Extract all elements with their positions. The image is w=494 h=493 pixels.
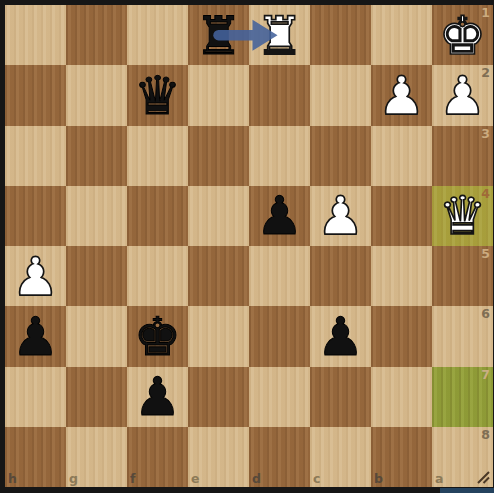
square-c1[interactable] [310, 5, 371, 65]
square-b4[interactable] [371, 186, 432, 246]
square-d3[interactable] [249, 126, 310, 186]
square-e4[interactable] [188, 186, 249, 246]
square-f3[interactable] [127, 126, 188, 186]
square-f2[interactable]: ♛ [127, 65, 188, 125]
square-c6[interactable]: ♟ [310, 306, 371, 366]
square-f1[interactable] [127, 5, 188, 65]
square-c5[interactable] [310, 246, 371, 306]
square-a3[interactable]: 3 [432, 126, 493, 186]
square-a5[interactable]: 5 [432, 246, 493, 306]
square-e7[interactable] [188, 367, 249, 427]
square-h3[interactable] [5, 126, 66, 186]
square-c2[interactable] [310, 65, 371, 125]
piece-black-pawn-h6[interactable]: ♟ [5, 306, 66, 366]
piece-black-king-f6[interactable]: ♚ [127, 306, 188, 366]
square-c4[interactable]: ♟ [310, 186, 371, 246]
square-f5[interactable] [127, 246, 188, 306]
piece-black-pawn-f7[interactable]: ♟ [127, 367, 188, 427]
square-g3[interactable] [66, 126, 127, 186]
square-h1[interactable] [5, 5, 66, 65]
square-g4[interactable] [66, 186, 127, 246]
square-b5[interactable] [371, 246, 432, 306]
square-b3[interactable] [371, 126, 432, 186]
square-d7[interactable] [249, 367, 310, 427]
file-label-b: b [374, 471, 383, 486]
square-h2[interactable] [5, 65, 66, 125]
rank-label-3: 3 [481, 126, 490, 141]
square-g8[interactable]: g [66, 427, 127, 487]
square-e8[interactable]: e [188, 427, 249, 487]
square-e1[interactable]: ♜ [188, 5, 249, 65]
square-f4[interactable] [127, 186, 188, 246]
square-a8[interactable]: a8 [432, 427, 493, 487]
square-d1[interactable]: ♜ [249, 5, 310, 65]
square-g1[interactable] [66, 5, 127, 65]
piece-white-pawn-h5[interactable]: ♟ [5, 246, 66, 306]
square-d6[interactable] [249, 306, 310, 366]
rank-label-7: 7 [481, 367, 490, 382]
square-a2[interactable]: ♟2 [432, 65, 493, 125]
file-label-d: d [252, 471, 261, 486]
piece-black-pawn-c6[interactable]: ♟ [310, 306, 371, 366]
square-d2[interactable] [249, 65, 310, 125]
piece-black-rook-e1[interactable]: ♜ [188, 5, 249, 65]
square-b1[interactable] [371, 5, 432, 65]
square-g5[interactable] [66, 246, 127, 306]
square-c3[interactable] [310, 126, 371, 186]
square-d5[interactable] [249, 246, 310, 306]
piece-white-pawn-c4[interactable]: ♟ [310, 186, 371, 246]
square-h4[interactable] [5, 186, 66, 246]
square-d8[interactable]: d [249, 427, 310, 487]
rank-label-5: 5 [481, 246, 490, 261]
square-a6[interactable]: 6 [432, 306, 493, 366]
square-h6[interactable]: ♟ [5, 306, 66, 366]
square-b2[interactable]: ♟ [371, 65, 432, 125]
square-c7[interactable] [310, 367, 371, 427]
file-label-e: e [191, 471, 199, 486]
piece-white-king-a1[interactable]: ♚ [432, 5, 493, 65]
square-g2[interactable] [66, 65, 127, 125]
piece-black-pawn-d4[interactable]: ♟ [249, 186, 310, 246]
piece-white-pawn-b2[interactable]: ♟ [371, 65, 432, 125]
rank-label-6: 6 [481, 306, 490, 321]
piece-white-queen-a4[interactable]: ♛ [432, 186, 493, 246]
square-c8[interactable]: c [310, 427, 371, 487]
square-h8[interactable]: h [5, 427, 66, 487]
square-e5[interactable] [188, 246, 249, 306]
file-label-c: c [313, 471, 320, 486]
square-g7[interactable] [66, 367, 127, 427]
square-f8[interactable]: f [127, 427, 188, 487]
chess-board: ♜♜♚1♛♟♟23♟♟♛4♟5♟♚♟6♟7hgfedcba8 [5, 5, 493, 487]
board-frame: ♜♜♚1♛♟♟23♟♟♛4♟5♟♚♟6♟7hgfedcba8 [0, 0, 494, 493]
bottom-edge-accent [440, 488, 494, 493]
piece-black-queen-f2[interactable]: ♛ [127, 65, 188, 125]
file-label-f: f [130, 471, 135, 486]
square-h5[interactable]: ♟ [5, 246, 66, 306]
square-e2[interactable] [188, 65, 249, 125]
square-b7[interactable] [371, 367, 432, 427]
square-f6[interactable]: ♚ [127, 306, 188, 366]
square-d4[interactable]: ♟ [249, 186, 310, 246]
resize-handle-icon[interactable] [476, 470, 491, 485]
square-f7[interactable]: ♟ [127, 367, 188, 427]
rank-label-8: 8 [481, 427, 490, 442]
square-b6[interactable] [371, 306, 432, 366]
square-e3[interactable] [188, 126, 249, 186]
piece-white-rook-d1[interactable]: ♜ [249, 5, 310, 65]
file-label-g: g [69, 471, 78, 486]
highlighted-square-a4[interactable]: ♛4 [432, 186, 493, 246]
square-h7[interactable] [5, 367, 66, 427]
file-label-a: a [435, 471, 443, 486]
square-g6[interactable] [66, 306, 127, 366]
square-a1[interactable]: ♚1 [432, 5, 493, 65]
piece-white-pawn-a2[interactable]: ♟ [432, 65, 493, 125]
file-label-h: h [8, 471, 17, 486]
highlighted-square-a7[interactable]: 7 [432, 367, 493, 427]
square-b8[interactable]: b [371, 427, 432, 487]
square-e6[interactable] [188, 306, 249, 366]
